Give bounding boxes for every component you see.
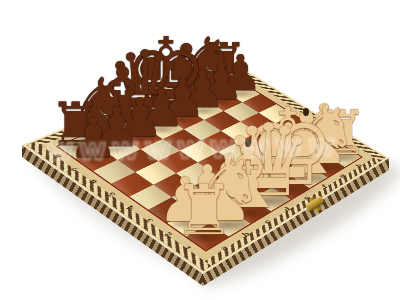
- piece-shadow: [309, 142, 339, 151]
- piece-shadow: [147, 125, 176, 133]
- piece-shadow: [59, 143, 92, 153]
- piece-shadow: [227, 90, 254, 98]
- piece-shadow: [189, 107, 217, 115]
- piece-shadow: [291, 152, 321, 161]
- piece-shadow: [78, 156, 109, 165]
- chess-set-photo: 87654321 abcdefgh ♜♞♝♛♚♝♞♜♟♟♟♟♟♟♟♟♟♟♟♟♟♟…: [0, 0, 400, 300]
- piece-shadow: [168, 116, 196, 124]
- piece-shadow: [273, 162, 304, 171]
- piece-shadow: [102, 145, 132, 154]
